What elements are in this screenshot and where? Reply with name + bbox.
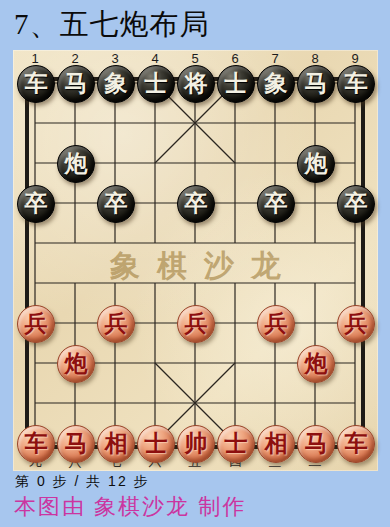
piece-glyph: 相 (265, 425, 288, 461)
piece-black-cannon[interactable]: 炮 (57, 145, 95, 183)
piece-glyph: 炮 (305, 345, 328, 381)
piece-glyph: 卒 (185, 185, 208, 221)
piece-glyph: 相 (105, 425, 128, 461)
piece-glyph: 马 (65, 425, 88, 461)
piece-black-cannon[interactable]: 炮 (297, 145, 335, 183)
piece-red-soldier[interactable]: 兵 (97, 305, 135, 343)
file-label-top-4: 4 (143, 52, 167, 66)
piece-red-cannon[interactable]: 炮 (297, 345, 335, 383)
xiangqi-app-window: 7、五七炮布局 (0, 0, 390, 527)
piece-black-soldier[interactable]: 卒 (257, 185, 295, 223)
piece-black-elephant[interactable]: 象 (257, 65, 295, 103)
piece-glyph: 兵 (25, 305, 48, 341)
page-title: 7、五七炮布局 (14, 5, 210, 43)
file-label-top-2: 2 (63, 52, 87, 66)
piece-red-advisor[interactable]: 士 (217, 425, 255, 463)
file-label-top-9: 9 (343, 52, 367, 66)
piece-glyph: 卒 (265, 185, 288, 221)
piece-red-soldier[interactable]: 兵 (177, 305, 215, 343)
piece-glyph: 兵 (105, 305, 128, 341)
piece-glyph: 车 (345, 425, 368, 461)
piece-glyph: 士 (145, 65, 168, 101)
xiangqi-board[interactable]: 象棋沙龙 123456789 九八七六五四三二一 车马象士将士象马车炮炮卒卒卒卒… (13, 50, 378, 471)
piece-glyph: 马 (65, 65, 88, 101)
piece-black-advisor[interactable]: 士 (217, 65, 255, 103)
piece-black-elephant[interactable]: 象 (97, 65, 135, 103)
piece-red-elephant[interactable]: 相 (257, 425, 295, 463)
piece-glyph: 帅 (185, 425, 208, 461)
piece-glyph: 车 (25, 425, 48, 461)
piece-glyph: 炮 (65, 345, 88, 381)
file-label-top-3: 3 (103, 52, 127, 66)
file-label-top-5: 5 (183, 52, 207, 66)
piece-red-cannon[interactable]: 炮 (57, 345, 95, 383)
piece-red-horse[interactable]: 马 (297, 425, 335, 463)
piece-red-elephant[interactable]: 相 (97, 425, 135, 463)
file-label-top-7: 7 (263, 52, 287, 66)
piece-glyph: 卒 (105, 185, 128, 221)
piece-glyph: 马 (305, 425, 328, 461)
piece-black-horse[interactable]: 马 (57, 65, 95, 103)
piece-red-soldier[interactable]: 兵 (337, 305, 375, 343)
piece-black-advisor[interactable]: 士 (137, 65, 175, 103)
piece-red-soldier[interactable]: 兵 (17, 305, 55, 343)
piece-black-chariot[interactable]: 车 (337, 65, 375, 103)
file-label-top-1: 1 (23, 52, 47, 66)
piece-glyph: 士 (145, 425, 168, 461)
piece-red-chariot[interactable]: 车 (337, 425, 375, 463)
piece-black-soldier[interactable]: 卒 (177, 185, 215, 223)
piece-black-general[interactable]: 将 (177, 65, 215, 103)
piece-glyph: 兵 (185, 305, 208, 341)
piece-red-horse[interactable]: 马 (57, 425, 95, 463)
piece-black-horse[interactable]: 马 (297, 65, 335, 103)
piece-glyph: 士 (225, 65, 248, 101)
piece-glyph: 马 (305, 65, 328, 101)
credit-text: 本图由 象棋沙龙 制作 (14, 493, 246, 521)
piece-black-soldier[interactable]: 卒 (97, 185, 135, 223)
piece-black-soldier[interactable]: 卒 (337, 185, 375, 223)
piece-glyph: 炮 (305, 145, 328, 181)
piece-glyph: 将 (185, 65, 208, 101)
board-grid-lines (13, 50, 378, 471)
file-label-top-6: 6 (223, 52, 247, 66)
file-label-top-8: 8 (303, 52, 327, 66)
piece-black-soldier[interactable]: 卒 (17, 185, 55, 223)
piece-glyph: 卒 (25, 185, 48, 221)
piece-glyph: 车 (345, 65, 368, 101)
piece-glyph: 炮 (65, 145, 88, 181)
piece-glyph: 象 (265, 65, 288, 101)
piece-glyph: 卒 (345, 185, 368, 221)
piece-black-chariot[interactable]: 车 (17, 65, 55, 103)
move-counter-text: 第 0 步 / 共 12 步 (15, 472, 150, 490)
piece-red-soldier[interactable]: 兵 (257, 305, 295, 343)
piece-glyph: 象 (105, 65, 128, 101)
piece-glyph: 车 (25, 65, 48, 101)
piece-red-advisor[interactable]: 士 (137, 425, 175, 463)
piece-red-general[interactable]: 帅 (177, 425, 215, 463)
piece-glyph: 兵 (345, 305, 368, 341)
piece-red-chariot[interactable]: 车 (17, 425, 55, 463)
piece-glyph: 士 (225, 425, 248, 461)
piece-glyph: 兵 (265, 305, 288, 341)
